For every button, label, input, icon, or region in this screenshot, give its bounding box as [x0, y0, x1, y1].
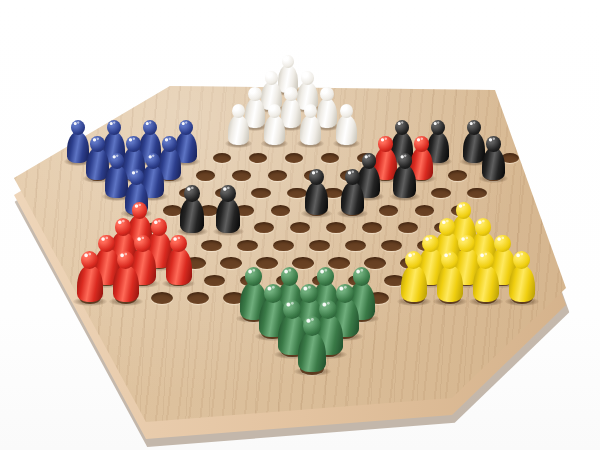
peg-yellow[interactable]: [437, 251, 464, 303]
peg-head: [265, 71, 278, 85]
peg-red[interactable]: [113, 251, 140, 303]
peg-head: [395, 120, 409, 135]
peg-black[interactable]: [341, 169, 365, 215]
peg-head: [220, 185, 236, 202]
peg-head: [146, 153, 161, 169]
peg-head: [458, 235, 475, 253]
peg-head: [162, 136, 176, 151]
peg-head: [284, 87, 297, 101]
peg-body: [216, 198, 240, 232]
peg-head: [110, 153, 125, 169]
peg-body: [300, 115, 321, 145]
peg-body: [509, 265, 536, 303]
peg-head: [422, 235, 439, 253]
peg-head: [456, 202, 472, 219]
peg-body: [264, 115, 285, 145]
peg-white[interactable]: [336, 104, 357, 146]
peg-head: [107, 120, 121, 135]
peg-head: [143, 120, 157, 135]
peg-head: [151, 218, 167, 235]
peg-body: [336, 115, 357, 145]
peg-head: [184, 185, 200, 202]
peg-head: [414, 136, 428, 151]
peg-head: [431, 120, 445, 135]
peg-body: [298, 332, 327, 373]
peg-head: [301, 71, 314, 85]
peg-head: [248, 87, 261, 101]
peg-body: [180, 198, 204, 232]
peg-head: [439, 218, 455, 235]
peg-yellow[interactable]: [401, 251, 428, 303]
peg-head: [378, 136, 392, 151]
peg-body: [113, 265, 140, 303]
peg-red[interactable]: [77, 251, 104, 303]
peg-head: [467, 120, 481, 135]
peg-red[interactable]: [166, 235, 192, 286]
peg-white[interactable]: [228, 104, 249, 146]
peg-black[interactable]: [180, 185, 204, 233]
peg-head: [134, 235, 151, 253]
peg-head: [170, 235, 187, 253]
peg-body: [482, 148, 505, 180]
peg-head: [98, 235, 115, 253]
peg-body: [473, 265, 500, 303]
peg-head: [303, 316, 321, 336]
peg-body: [228, 115, 249, 145]
product-photo-scene: [0, 0, 600, 450]
peg-body: [437, 265, 464, 303]
peg-body: [305, 182, 329, 215]
peg-head: [71, 120, 85, 135]
peg-head: [475, 218, 491, 235]
peg-body: [401, 265, 428, 303]
peg-body: [393, 165, 416, 198]
peg-head: [494, 235, 511, 253]
peg-head: [179, 120, 193, 135]
peg-head: [90, 136, 104, 151]
peg-black[interactable]: [305, 169, 329, 215]
peg-head: [398, 153, 413, 169]
peg-head: [486, 136, 500, 151]
peg-white[interactable]: [300, 104, 321, 146]
peg-black[interactable]: [482, 136, 505, 180]
peg-white[interactable]: [264, 104, 285, 146]
peg-body: [166, 248, 192, 285]
peg-yellow[interactable]: [509, 251, 536, 303]
peg-head: [362, 153, 377, 169]
peg-black[interactable]: [216, 185, 240, 233]
peg-yellow[interactable]: [473, 251, 500, 303]
peg-head: [132, 202, 148, 219]
pegs-layer: [0, 0, 600, 450]
peg-head: [126, 136, 140, 151]
peg-body: [77, 265, 104, 303]
peg-head: [115, 218, 131, 235]
peg-head: [320, 87, 333, 101]
peg-green[interactable]: [298, 316, 327, 373]
peg-black[interactable]: [393, 153, 416, 198]
peg-body: [341, 182, 365, 215]
